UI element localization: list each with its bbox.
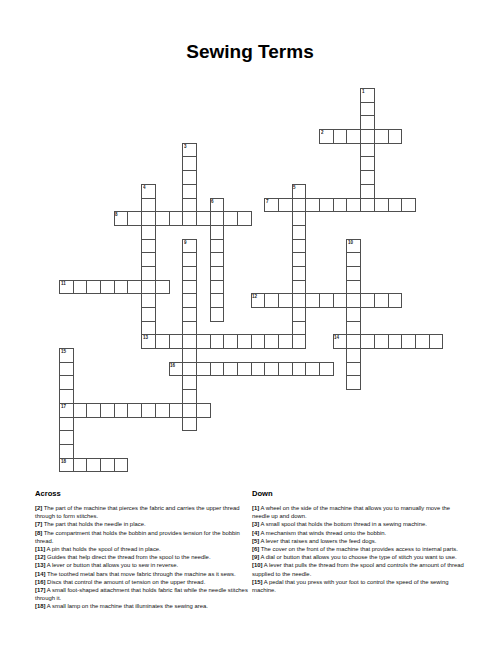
grid-blank	[401, 403, 415, 417]
grid-cell[interactable]	[127, 403, 142, 418]
grid-cell[interactable]	[196, 362, 211, 377]
grid-cell[interactable]	[182, 252, 197, 267]
grid-blank	[360, 280, 374, 294]
grid-cell[interactable]	[182, 211, 197, 226]
grid-cell[interactable]	[182, 266, 197, 281]
grid-cell[interactable]: 15	[59, 348, 74, 363]
clue-number: [6]	[252, 546, 259, 552]
grid-cell[interactable]	[388, 129, 403, 144]
grid-cell[interactable]: 6	[210, 198, 225, 213]
grid-blank	[346, 156, 360, 170]
grid-blank	[86, 348, 100, 362]
grid-cell[interactable]	[141, 225, 156, 240]
grid-blank	[360, 266, 374, 280]
grid-cell[interactable]: 16	[169, 362, 184, 377]
grid-blank	[374, 403, 388, 417]
grid-blank	[141, 156, 155, 170]
grid-blank	[360, 458, 374, 472]
grid-blank	[196, 375, 210, 389]
grid-blank	[251, 458, 265, 472]
grid-cell[interactable]	[415, 334, 430, 349]
grid-cell[interactable]	[210, 307, 225, 322]
grid-blank	[429, 225, 443, 239]
grid-cell[interactable]	[182, 334, 197, 349]
grid-blank	[388, 280, 402, 294]
grid-cell[interactable]	[73, 403, 88, 418]
grid-blank	[210, 170, 224, 184]
grid-cell[interactable]: 3	[182, 143, 197, 158]
grid-cell[interactable]	[388, 198, 403, 213]
grid-cell[interactable]	[196, 334, 211, 349]
grid-cell[interactable]	[292, 307, 307, 322]
grid-blank	[237, 417, 251, 431]
grid-blank	[169, 266, 183, 280]
grid-blank	[360, 444, 374, 458]
grid-blank	[251, 115, 265, 129]
grid-cell[interactable]	[59, 430, 74, 445]
grid-blank	[155, 115, 169, 129]
grid-blank	[333, 170, 347, 184]
grid-cell[interactable]	[401, 198, 416, 213]
grid-blank	[73, 444, 87, 458]
grid-cell[interactable]	[141, 307, 156, 322]
grid-cell[interactable]	[210, 280, 225, 295]
grid-blank	[319, 102, 333, 116]
grid-cell[interactable]: 5	[292, 184, 307, 199]
grid-cell[interactable]	[319, 362, 334, 377]
clue-item: [12] Guides that help direct the thread …	[35, 553, 249, 561]
grid-cell[interactable]	[292, 211, 307, 226]
grid-cell[interactable]	[346, 266, 361, 281]
grid-cell[interactable]	[278, 362, 293, 377]
grid-cell[interactable]	[319, 198, 334, 213]
grid-cell[interactable]: 2	[319, 129, 334, 144]
grid-cell[interactable]	[237, 334, 252, 349]
grid-cell[interactable]	[292, 239, 307, 254]
grid-cell[interactable]: 7	[264, 198, 279, 213]
clue-number: [9]	[252, 554, 259, 560]
clue-number: [14]	[35, 571, 45, 577]
grid-cell[interactable]	[237, 211, 252, 226]
grid-blank	[127, 143, 141, 157]
grid-cell[interactable]	[59, 417, 74, 432]
grid-blank	[141, 417, 155, 431]
grid-cell[interactable]	[360, 115, 375, 130]
grid-blank	[360, 211, 374, 225]
grid-cell[interactable]	[360, 129, 375, 144]
grid-cell[interactable]	[374, 293, 389, 308]
grid-blank	[401, 252, 415, 266]
grid-cell[interactable]	[141, 403, 156, 418]
grid-cell[interactable]	[100, 280, 115, 295]
grid-blank	[73, 198, 87, 212]
grid-cell[interactable]	[182, 348, 197, 363]
grid-cell[interactable]	[210, 211, 225, 226]
grid-blank	[264, 307, 278, 321]
cell-number: 1	[362, 89, 365, 94]
grid-cell[interactable]: 1	[360, 88, 375, 103]
grid-blank	[127, 444, 141, 458]
grid-cell[interactable]	[141, 321, 156, 336]
grid-blank	[305, 143, 319, 157]
grid-cell[interactable]	[210, 225, 225, 240]
grid-blank	[278, 321, 292, 335]
grid-cell[interactable]	[346, 362, 361, 377]
grid-cell[interactable]: 13	[141, 334, 156, 349]
grid-blank	[360, 403, 374, 417]
grid-cell[interactable]	[210, 252, 225, 267]
grid-blank	[251, 252, 265, 266]
grid-blank	[182, 458, 196, 472]
grid-blank	[292, 88, 306, 102]
grid-cell[interactable]	[182, 293, 197, 308]
grid-cell[interactable]	[223, 334, 238, 349]
grid-blank	[169, 170, 183, 184]
grid-blank	[374, 184, 388, 198]
grid-blank	[401, 211, 415, 225]
grid-cell[interactable]	[346, 293, 361, 308]
grid-cell[interactable]	[127, 280, 142, 295]
grid-cell[interactable]	[182, 417, 197, 432]
grid-cell[interactable]	[305, 362, 320, 377]
grid-cell[interactable]	[182, 389, 197, 404]
grid-blank	[429, 444, 443, 458]
grid-cell[interactable]	[182, 156, 197, 171]
grid-cell[interactable]	[305, 198, 320, 213]
grid-cell[interactable]	[141, 293, 156, 308]
grid-cell[interactable]	[346, 198, 361, 213]
grid-blank	[73, 184, 87, 198]
grid-cell[interactable]	[346, 348, 361, 363]
grid-blank	[223, 430, 237, 444]
grid-blank	[210, 458, 224, 472]
grid-blank	[292, 102, 306, 116]
grid-cell[interactable]	[346, 252, 361, 267]
grid-cell[interactable]	[346, 375, 361, 390]
grid-cell[interactable]	[360, 143, 375, 158]
grid-blank	[264, 252, 278, 266]
grid-blank	[86, 266, 100, 280]
grid-cell[interactable]	[59, 362, 74, 377]
grid-cell[interactable]	[292, 321, 307, 336]
grid-blank	[114, 184, 128, 198]
grid-blank	[237, 293, 251, 307]
grid-blank	[333, 184, 347, 198]
grid-cell[interactable]	[182, 307, 197, 322]
grid-cell[interactable]	[114, 458, 129, 473]
grid-cell[interactable]	[292, 293, 307, 308]
grid-blank	[86, 102, 100, 116]
grid-blank	[210, 156, 224, 170]
grid-cell[interactable]	[155, 211, 170, 226]
grid-cell[interactable]	[278, 334, 293, 349]
grid-cell[interactable]	[182, 321, 197, 336]
grid-cell[interactable]	[196, 403, 211, 418]
grid-blank	[59, 239, 73, 253]
grid-cell[interactable]	[73, 458, 88, 473]
grid-blank	[333, 348, 347, 362]
grid-blank	[429, 403, 443, 417]
grid-cell[interactable]	[292, 334, 307, 349]
grid-cell[interactable]	[278, 293, 293, 308]
grid-blank	[401, 293, 415, 307]
grid-blank	[100, 362, 114, 376]
grid-blank	[73, 252, 87, 266]
grid-blank	[210, 143, 224, 157]
grid-cell[interactable]	[59, 444, 74, 459]
grid-cell[interactable]: 17	[59, 403, 74, 418]
grid-blank	[319, 184, 333, 198]
grid-cell[interactable]: 18	[59, 458, 74, 473]
grid-cell[interactable]	[333, 129, 348, 144]
grid-cell[interactable]	[251, 362, 266, 377]
grid-cell[interactable]	[360, 102, 375, 117]
grid-blank	[388, 375, 402, 389]
grid-cell[interactable]	[374, 198, 389, 213]
grid-blank	[73, 115, 87, 129]
grid-blank	[401, 307, 415, 321]
grid-blank	[264, 348, 278, 362]
grid-cell[interactable]	[210, 362, 225, 377]
grid-blank	[388, 458, 402, 472]
grid-cell[interactable]	[210, 334, 225, 349]
grid-blank	[360, 307, 374, 321]
grid-blank	[292, 444, 306, 458]
grid-cell[interactable]	[264, 334, 279, 349]
grid-cell[interactable]	[169, 403, 184, 418]
grid-cell[interactable]	[169, 334, 184, 349]
grid-cell[interactable]	[333, 293, 348, 308]
grid-cell[interactable]	[210, 293, 225, 308]
grid-cell[interactable]	[360, 198, 375, 213]
grid-cell[interactable]	[86, 458, 101, 473]
grid-cell[interactable]	[127, 211, 142, 226]
grid-blank	[127, 389, 141, 403]
grid-cell[interactable]: 9	[182, 239, 197, 254]
grid-cell[interactable]	[196, 211, 211, 226]
grid-blank	[278, 375, 292, 389]
grid-blank	[237, 430, 251, 444]
grid-cell[interactable]	[141, 266, 156, 281]
grid-cell[interactable]	[59, 375, 74, 390]
grid-cell[interactable]	[155, 334, 170, 349]
grid-blank	[374, 88, 388, 102]
grid-cell[interactable]	[388, 293, 403, 308]
grid-cell[interactable]	[59, 389, 74, 404]
grid-blank	[251, 102, 265, 116]
grid-cell[interactable]	[223, 211, 238, 226]
grid-blank	[59, 307, 73, 321]
grid-cell[interactable]: 12	[251, 293, 266, 308]
grid-cell[interactable]	[73, 280, 88, 295]
grid-cell[interactable]	[141, 239, 156, 254]
grid-cell[interactable]	[141, 198, 156, 213]
grid-cell[interactable]	[360, 156, 375, 171]
grid-blank	[319, 389, 333, 403]
grid-cell[interactable]	[182, 362, 197, 377]
grid-blank	[73, 375, 87, 389]
grid-cell[interactable]: 8	[114, 211, 129, 226]
grid-blank	[114, 417, 128, 431]
grid-blank	[305, 389, 319, 403]
grid-blank	[374, 307, 388, 321]
grid-cell[interactable]	[292, 266, 307, 281]
grid-cell[interactable]	[141, 252, 156, 267]
grid-blank	[169, 102, 183, 116]
grid-blank	[223, 375, 237, 389]
grid-blank	[237, 307, 251, 321]
grid-blank	[223, 143, 237, 157]
grid-cell[interactable]	[169, 211, 184, 226]
grid-blank	[264, 143, 278, 157]
grid-blank	[182, 129, 196, 143]
grid-cell[interactable]	[100, 403, 115, 418]
grid-blank	[429, 375, 443, 389]
grid-cell[interactable]	[346, 307, 361, 322]
grid-cell[interactable]	[360, 293, 375, 308]
grid-cell[interactable]	[346, 129, 361, 144]
grid-blank	[59, 88, 73, 102]
grid-cell[interactable]	[346, 334, 361, 349]
grid-blank	[86, 375, 100, 389]
grid-blank	[319, 170, 333, 184]
grid-cell[interactable]	[210, 239, 225, 254]
grid-blank	[59, 115, 73, 129]
grid-blank	[196, 280, 210, 294]
grid-blank	[251, 198, 265, 212]
grid-cell[interactable]	[374, 129, 389, 144]
grid-blank	[388, 348, 402, 362]
grid-cell[interactable]	[292, 280, 307, 295]
grid-blank	[305, 184, 319, 198]
grid-cell[interactable]	[155, 280, 170, 295]
grid-cell[interactable]	[319, 293, 334, 308]
grid-cell[interactable]	[360, 170, 375, 185]
grid-cell[interactable]	[374, 334, 389, 349]
grid-cell[interactable]	[278, 198, 293, 213]
grid-cell[interactable]: 14	[333, 334, 348, 349]
grid-blank	[305, 115, 319, 129]
grid-cell[interactable]	[155, 403, 170, 418]
grid-cell[interactable]: 11	[59, 280, 74, 295]
grid-blank	[59, 334, 73, 348]
clue-number: [13]	[35, 562, 45, 568]
grid-blank	[169, 307, 183, 321]
grid-blank	[86, 184, 100, 198]
grid-blank	[360, 417, 374, 431]
grid-blank	[182, 115, 196, 129]
grid-blank	[155, 348, 169, 362]
grid-blank	[333, 362, 347, 376]
grid-blank	[429, 211, 443, 225]
grid-cell[interactable]	[264, 362, 279, 377]
grid-cell[interactable]: 10	[346, 239, 361, 254]
grid-cell[interactable]	[292, 225, 307, 240]
grid-blank	[196, 239, 210, 253]
grid-blank	[59, 143, 73, 157]
grid-cell[interactable]	[251, 334, 266, 349]
grid-cell[interactable]	[182, 403, 197, 418]
grid-cell[interactable]: 4	[141, 184, 156, 199]
grid-blank	[415, 211, 429, 225]
grid-blank	[223, 348, 237, 362]
grid-cell[interactable]	[141, 280, 156, 295]
grid-cell[interactable]	[210, 266, 225, 281]
grid-blank	[127, 198, 141, 212]
grid-cell[interactable]	[141, 211, 156, 226]
grid-cell[interactable]	[182, 198, 197, 213]
grid-cell[interactable]	[305, 293, 320, 308]
grid-blank	[223, 266, 237, 280]
grid-blank	[251, 170, 265, 184]
grid-blank	[292, 115, 306, 129]
grid-blank	[388, 239, 402, 253]
grid-blank	[305, 88, 319, 102]
grid-cell[interactable]	[100, 458, 115, 473]
grid-cell[interactable]	[388, 334, 403, 349]
grid-blank	[264, 321, 278, 335]
grid-cell[interactable]	[264, 293, 279, 308]
grid-blank	[169, 375, 183, 389]
grid-cell[interactable]	[182, 280, 197, 295]
grid-cell[interactable]	[114, 403, 129, 418]
down-clues-column: Down [1] A wheel on the side of the mach…	[252, 489, 469, 594]
grid-cell[interactable]	[346, 321, 361, 336]
grid-blank	[114, 170, 128, 184]
grid-blank	[223, 444, 237, 458]
grid-cell[interactable]	[182, 375, 197, 390]
grid-cell[interactable]	[292, 252, 307, 267]
grid-blank	[278, 184, 292, 198]
grid-blank	[127, 88, 141, 102]
grid-blank	[141, 129, 155, 143]
grid-cell[interactable]	[346, 280, 361, 295]
grid-cell[interactable]	[237, 362, 252, 377]
clue-item: [5] A lever that raises and lowers the f…	[252, 537, 469, 545]
grid-blank	[73, 170, 87, 184]
grid-blank	[114, 334, 128, 348]
grid-blank	[333, 375, 347, 389]
grid-blank	[278, 430, 292, 444]
grid-blank	[59, 225, 73, 239]
grid-cell[interactable]	[86, 403, 101, 418]
grid-cell[interactable]	[360, 334, 375, 349]
grid-blank	[100, 239, 114, 253]
grid-blank	[169, 444, 183, 458]
grid-cell[interactable]	[292, 198, 307, 213]
grid-cell[interactable]	[429, 334, 444, 349]
grid-blank	[319, 280, 333, 294]
grid-cell[interactable]	[333, 198, 348, 213]
grid-blank	[319, 430, 333, 444]
grid-cell[interactable]	[114, 280, 129, 295]
grid-cell[interactable]	[292, 362, 307, 377]
grid-cell[interactable]	[86, 280, 101, 295]
grid-blank	[346, 115, 360, 129]
grid-cell[interactable]	[401, 334, 416, 349]
grid-blank	[346, 444, 360, 458]
grid-cell[interactable]	[182, 170, 197, 185]
grid-blank	[388, 307, 402, 321]
grid-blank	[127, 307, 141, 321]
grid-cell[interactable]	[223, 362, 238, 377]
grid-blank	[319, 321, 333, 335]
grid-blank	[223, 225, 237, 239]
grid-blank	[141, 458, 155, 472]
grid-cell[interactable]	[182, 184, 197, 199]
grid-cell[interactable]	[360, 184, 375, 199]
grid-blank	[415, 362, 429, 376]
